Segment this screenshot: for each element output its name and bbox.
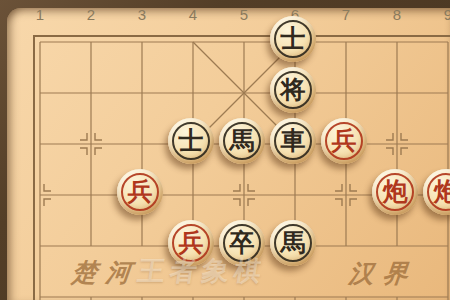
black-horse-piece[interactable]: 馬 [270,220,316,266]
black-general-piece[interactable]: 将 [270,67,316,113]
pieces-layer: 士将士馬車兵兵炮炮兵卒馬 [13,14,450,300]
piece-glyph: 車 [281,128,306,153]
piece-glyph: 将 [281,77,306,102]
red-cannon-piece[interactable]: 炮 [423,169,450,215]
piece-glyph: 士 [179,128,204,153]
xiangqi-app-screen: 123456789 楚河 汉界 士将士馬車兵兵炮炮兵卒馬 王者象棋 [0,0,450,300]
black-horse-piece[interactable]: 馬 [219,118,265,164]
piece-glyph: 卒 [230,230,255,255]
black-chariot-piece[interactable]: 車 [270,118,316,164]
piece-glyph: 兵 [332,128,357,153]
black-advisor-piece[interactable]: 士 [270,16,316,62]
piece-glyph: 兵 [128,179,153,204]
black-advisor-piece[interactable]: 士 [168,118,214,164]
piece-glyph: 炮 [434,179,450,204]
piece-glyph: 馬 [230,128,255,153]
red-cannon-piece[interactable]: 炮 [372,169,418,215]
black-soldier-piece[interactable]: 卒 [219,220,265,266]
piece-glyph: 炮 [383,179,408,204]
red-soldier-piece[interactable]: 兵 [117,169,163,215]
piece-glyph: 馬 [281,230,306,255]
piece-glyph: 兵 [179,230,204,255]
red-soldier-piece[interactable]: 兵 [321,118,367,164]
piece-glyph: 士 [281,26,306,51]
red-soldier-piece[interactable]: 兵 [168,220,214,266]
